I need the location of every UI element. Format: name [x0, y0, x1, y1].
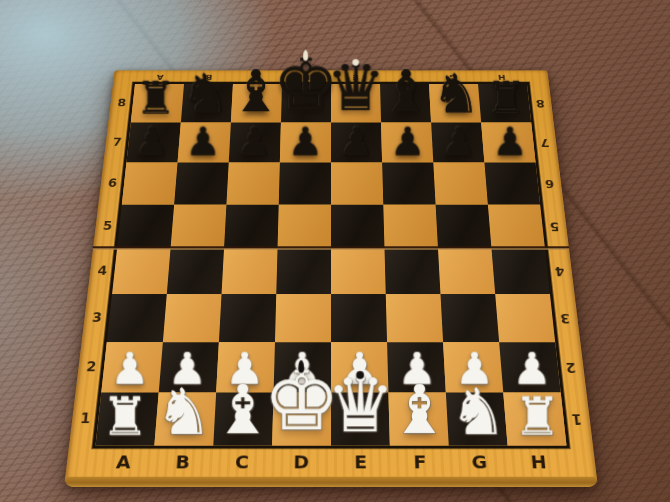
- square-g6[interactable]: [433, 163, 488, 205]
- piece-white-bishop[interactable]: ♝: [389, 376, 450, 444]
- piece-white-rook[interactable]: ♜: [101, 391, 149, 444]
- square-h6[interactable]: [484, 163, 540, 205]
- square-g5[interactable]: [436, 204, 492, 248]
- file-label-bottom-f: F: [390, 447, 451, 476]
- square-b4[interactable]: [167, 248, 224, 294]
- file-label-top-a: A: [135, 70, 185, 84]
- square-f6[interactable]: [382, 163, 435, 205]
- square-e3[interactable]: [331, 294, 387, 342]
- square-e6[interactable]: [331, 163, 383, 205]
- square-h8[interactable]: ♜: [478, 84, 531, 122]
- square-a7[interactable]: ♟: [126, 123, 180, 163]
- piece-black-pawn[interactable]: ♟: [186, 122, 221, 161]
- board-front-edge: [64, 477, 598, 487]
- rank-label-right-4: 4: [545, 248, 575, 294]
- square-e5[interactable]: [331, 204, 384, 248]
- chess-board: ABCDEFGH 87654321 87654321 ♜♞♝♚♛♝♞♜♟♟♟♟♟…: [64, 70, 598, 487]
- rank-label-right-7: 7: [531, 123, 558, 163]
- file-label-top-b: B: [184, 70, 234, 84]
- square-f1[interactable]: ♝: [388, 393, 448, 446]
- square-g3[interactable]: [440, 294, 499, 342]
- file-label-top-e: E: [331, 70, 380, 84]
- square-a8[interactable]: ♜: [131, 84, 184, 122]
- piece-black-pawn[interactable]: ♟: [237, 122, 272, 161]
- file-label-bottom-e: E: [331, 447, 391, 476]
- square-d7[interactable]: ♟: [280, 123, 331, 163]
- file-label-top-d: D: [282, 70, 331, 84]
- rank-label-right-3: 3: [550, 294, 580, 342]
- square-g4[interactable]: [438, 248, 495, 294]
- board-squares: ♜♞♝♚♛♝♞♜♟♟♟♟♟♟♟♟♟♟♟♟♟♟♟♟♜♞♝♚♛♝♞♜: [96, 84, 567, 445]
- rank-label-right-8: 8: [527, 84, 554, 122]
- king-finial-tip: [299, 360, 305, 373]
- piece-black-pawn[interactable]: ♟: [492, 122, 527, 161]
- file-label-bottom-b: B: [152, 447, 213, 476]
- square-f5[interactable]: [383, 204, 438, 248]
- square-b7[interactable]: ♟: [178, 123, 231, 163]
- square-c7[interactable]: ♟: [229, 123, 281, 163]
- piece-black-pawn[interactable]: ♟: [134, 122, 169, 161]
- file-label-bottom-h: H: [508, 447, 570, 476]
- file-label-bottom-c: C: [212, 447, 273, 476]
- square-h4[interactable]: [491, 248, 549, 294]
- square-c5[interactable]: [224, 204, 279, 248]
- square-a1[interactable]: ♜: [96, 393, 159, 446]
- king-finial-tip: [303, 50, 308, 61]
- wood-table: ABCDEFGH 87654321 87654321 ♜♞♝♚♛♝♞♜♟♟♟♟♟…: [0, 0, 670, 502]
- square-f3[interactable]: [386, 294, 443, 342]
- file-label-top-g: G: [428, 70, 478, 84]
- piece-white-knight[interactable]: ♞: [155, 380, 212, 444]
- file-label-bottom-a: A: [92, 447, 154, 476]
- square-b3[interactable]: [163, 294, 222, 342]
- square-f7[interactable]: ♟: [381, 123, 433, 163]
- square-g8[interactable]: ♞: [429, 84, 481, 122]
- square-a4[interactable]: [112, 248, 170, 294]
- square-c6[interactable]: [226, 163, 279, 205]
- file-label-bottom-d: D: [271, 447, 331, 476]
- rank-label-right-2: 2: [555, 342, 586, 392]
- square-h7[interactable]: ♟: [481, 123, 535, 163]
- piece-black-pawn[interactable]: ♟: [390, 122, 425, 161]
- file-label-top-h: H: [477, 70, 527, 84]
- square-e7[interactable]: ♟: [331, 123, 382, 163]
- queen-finial-ball: [353, 59, 360, 66]
- square-d8[interactable]: ♚: [281, 84, 331, 122]
- piece-white-pawn[interactable]: ♟: [512, 347, 551, 391]
- square-b5[interactable]: [171, 204, 227, 248]
- square-h3[interactable]: [495, 294, 555, 342]
- file-label-top-c: C: [233, 70, 282, 84]
- square-d1[interactable]: ♚: [272, 393, 331, 446]
- piece-black-pawn[interactable]: ♟: [339, 122, 374, 161]
- piece-white-pawn[interactable]: ♟: [110, 347, 149, 391]
- piece-white-queen[interactable]: ♛: [326, 366, 396, 444]
- square-f8[interactable]: ♝: [380, 84, 431, 122]
- square-e8[interactable]: ♛: [331, 84, 381, 122]
- square-a5[interactable]: [117, 204, 174, 248]
- square-h1[interactable]: ♜: [503, 393, 566, 446]
- square-d6[interactable]: [279, 163, 331, 205]
- square-e1[interactable]: ♛: [331, 393, 390, 446]
- file-label-bottom-g: G: [449, 447, 510, 476]
- rank-label-right-1: 1: [561, 393, 593, 446]
- square-d4[interactable]: [276, 248, 331, 294]
- square-b1[interactable]: ♞: [154, 393, 216, 446]
- piece-white-knight[interactable]: ♞: [450, 380, 507, 444]
- square-c4[interactable]: [222, 248, 278, 294]
- square-h5[interactable]: [488, 204, 545, 248]
- file-labels-top: ABCDEFGH: [135, 70, 527, 84]
- square-d5[interactable]: [278, 204, 331, 248]
- piece-black-queen[interactable]: ♛: [326, 55, 385, 121]
- square-d3[interactable]: [275, 294, 331, 342]
- square-a6[interactable]: [122, 163, 178, 205]
- square-c3[interactable]: [219, 294, 276, 342]
- rank-label-right-5: 5: [540, 204, 569, 248]
- piece-black-pawn[interactable]: ♟: [288, 122, 323, 161]
- board-fold-hinge: [92, 246, 569, 250]
- square-b8[interactable]: ♞: [181, 84, 233, 122]
- square-g1[interactable]: ♞: [446, 393, 508, 446]
- file-label-top-f: F: [380, 70, 429, 84]
- piece-black-pawn[interactable]: ♟: [441, 122, 476, 161]
- square-g7[interactable]: ♟: [431, 123, 484, 163]
- queen-finial-ball: [357, 371, 365, 379]
- square-b6[interactable]: [174, 163, 229, 205]
- piece-white-rook[interactable]: ♜: [513, 391, 561, 444]
- square-f4[interactable]: [384, 248, 440, 294]
- file-labels-bottom: ABCDEFGH: [92, 447, 570, 476]
- square-e4[interactable]: [331, 248, 386, 294]
- square-a3[interactable]: [107, 294, 167, 342]
- rank-label-right-6: 6: [536, 163, 564, 205]
